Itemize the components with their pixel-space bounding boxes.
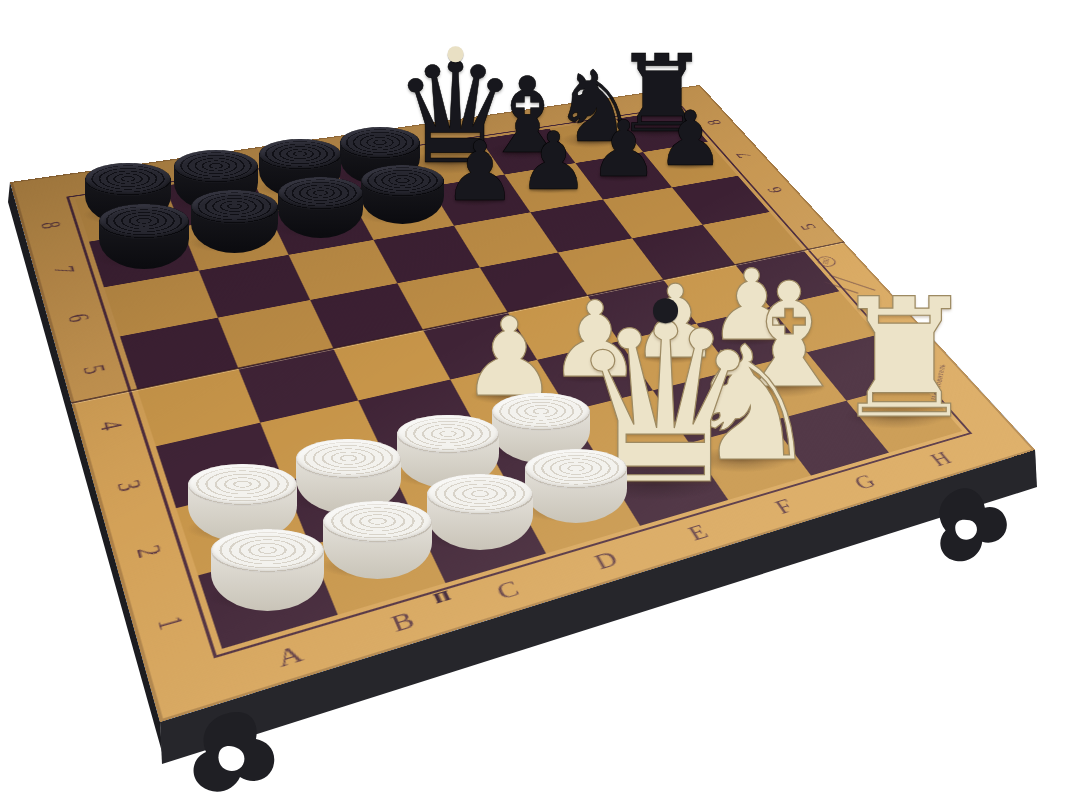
white-checker[interactable] xyxy=(525,449,627,523)
file-label-a: A xyxy=(274,642,306,671)
file-label-c: C xyxy=(493,578,522,603)
product-photo-scene: ABCDEFGH876543218765 п ЗШ Изготовитель ♛… xyxy=(0,0,1065,800)
checker-top-rings xyxy=(188,464,296,506)
black-pawn[interactable]: ♟ xyxy=(589,111,659,189)
file-label-b: B xyxy=(388,609,417,636)
rank-label-left-6: 6 xyxy=(64,311,95,323)
white-checker[interactable] xyxy=(427,474,533,550)
black-pawn[interactable]: ♟ xyxy=(443,131,517,214)
file-label-g: G xyxy=(851,472,879,493)
black-checker[interactable] xyxy=(99,204,189,269)
checker-top-rings xyxy=(85,163,172,197)
black-checker[interactable] xyxy=(361,165,444,224)
checker-top-rings xyxy=(278,177,363,210)
rank-label-left-7: 7 xyxy=(50,264,80,275)
file-label-f: F xyxy=(771,496,796,517)
rank-label-right-7: 7 xyxy=(732,151,754,159)
rank-label-left-2: 2 xyxy=(132,542,168,560)
white-checker[interactable] xyxy=(323,501,432,580)
file-label-d: D xyxy=(591,548,621,572)
rank-label-left-3: 3 xyxy=(113,477,147,493)
checker-top-rings xyxy=(174,150,258,183)
checker-top-rings xyxy=(191,190,278,224)
checker-top-rings xyxy=(99,204,189,239)
border-print-mark: п xyxy=(428,582,454,608)
black-pawn[interactable]: ♟ xyxy=(517,121,589,201)
checker-top-rings xyxy=(397,415,498,454)
rank-label-left-1: 1 xyxy=(153,612,190,632)
white-king-finial xyxy=(653,298,677,322)
rank-label-left-5: 5 xyxy=(79,362,111,375)
rank-label-right-5: 5 xyxy=(796,222,819,231)
black-checker[interactable] xyxy=(191,190,278,253)
black-pawn[interactable]: ♟ xyxy=(656,102,724,178)
checker-top-rings xyxy=(323,501,432,543)
checker-top-rings xyxy=(340,127,420,158)
black-king-finial xyxy=(448,46,463,61)
white-checker[interactable] xyxy=(211,529,324,610)
checker-top-rings xyxy=(361,165,444,197)
rank-label-right-6: 6 xyxy=(763,186,786,194)
checker-top-rings xyxy=(296,439,401,480)
rank-label-left-4: 4 xyxy=(95,417,128,432)
checker-top-rings xyxy=(525,449,627,489)
black-checker[interactable] xyxy=(278,177,363,238)
checker-top-rings xyxy=(427,474,533,515)
rank-label-left-8: 8 xyxy=(37,220,66,230)
white-rook[interactable]: ♜ xyxy=(830,276,978,441)
